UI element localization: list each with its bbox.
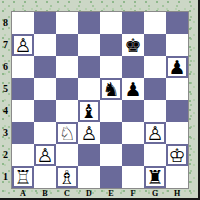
square-d1[interactable]: [78, 166, 100, 188]
square-g8[interactable]: [144, 12, 166, 34]
file-label-b: B: [34, 189, 56, 199]
white-pawn: ♙: [36, 144, 53, 166]
black-pawn: ♟: [168, 56, 185, 78]
square-e6[interactable]: [100, 56, 122, 78]
square-d3[interactable]: ♙: [78, 122, 100, 144]
file-label-h: H: [166, 189, 188, 199]
white-bishop: ♗: [58, 166, 75, 188]
square-a8[interactable]: [12, 12, 34, 34]
square-e7[interactable]: [100, 34, 122, 56]
square-e3[interactable]: [100, 122, 122, 144]
board-frame: ♙♚♟♞♟♝♘♙♙♙♔♖♗♜ 87654321 ABCDEFGH: [0, 0, 200, 200]
square-a2[interactable]: [12, 144, 34, 166]
square-h5[interactable]: [166, 78, 188, 100]
square-d7[interactable]: [78, 34, 100, 56]
chess-board: ♙♚♟♞♟♝♘♙♙♙♔♖♗♜: [11, 11, 189, 189]
square-a6[interactable]: [12, 56, 34, 78]
square-e4[interactable]: [100, 100, 122, 122]
rank-label-1: 1: [0, 166, 11, 188]
square-c1[interactable]: ♗: [56, 166, 78, 188]
rank-label-3: 3: [0, 122, 11, 144]
square-g6[interactable]: [144, 56, 166, 78]
rank-label-4: 4: [0, 100, 11, 122]
square-b1[interactable]: [34, 166, 56, 188]
square-d6[interactable]: [78, 56, 100, 78]
square-c3[interactable]: ♘: [56, 122, 78, 144]
black-knight: ♞: [102, 78, 119, 100]
square-a3[interactable]: [12, 122, 34, 144]
white-pawn: ♙: [146, 122, 163, 144]
square-b8[interactable]: [34, 12, 56, 34]
square-h8[interactable]: [166, 12, 188, 34]
white-pawn: ♙: [80, 122, 97, 144]
white-rook: ♖: [14, 166, 31, 188]
square-f4[interactable]: [122, 100, 144, 122]
black-king: ♚: [124, 34, 141, 56]
square-f7[interactable]: ♚: [122, 34, 144, 56]
square-g1[interactable]: ♜: [144, 166, 166, 188]
square-a7[interactable]: ♙: [12, 34, 34, 56]
square-g5[interactable]: [144, 78, 166, 100]
square-b3[interactable]: [34, 122, 56, 144]
rank-label-2: 2: [0, 144, 11, 166]
white-knight: ♘: [58, 122, 75, 144]
square-g7[interactable]: [144, 34, 166, 56]
file-label-e: E: [100, 189, 122, 199]
rank-label-7: 7: [0, 34, 11, 56]
square-f5[interactable]: ♟: [122, 78, 144, 100]
square-e8[interactable]: [100, 12, 122, 34]
square-d4[interactable]: ♝: [78, 100, 100, 122]
square-h4[interactable]: [166, 100, 188, 122]
square-h6[interactable]: ♟: [166, 56, 188, 78]
square-f1[interactable]: [122, 166, 144, 188]
white-king: ♔: [168, 144, 185, 166]
square-c2[interactable]: [56, 144, 78, 166]
square-a4[interactable]: [12, 100, 34, 122]
rank-label-6: 6: [0, 56, 11, 78]
black-bishop: ♝: [80, 100, 97, 122]
square-e5[interactable]: ♞: [100, 78, 122, 100]
file-label-d: D: [78, 189, 100, 199]
square-f8[interactable]: [122, 12, 144, 34]
square-c5[interactable]: [56, 78, 78, 100]
black-rook: ♜: [146, 166, 163, 188]
square-d8[interactable]: [78, 12, 100, 34]
rank-label-8: 8: [0, 12, 11, 34]
file-label-c: C: [56, 189, 78, 199]
square-b2[interactable]: ♙: [34, 144, 56, 166]
square-h1[interactable]: [166, 166, 188, 188]
rank-label-5: 5: [0, 78, 11, 100]
square-g2[interactable]: [144, 144, 166, 166]
file-label-g: G: [144, 189, 166, 199]
square-c4[interactable]: [56, 100, 78, 122]
square-h7[interactable]: [166, 34, 188, 56]
square-b6[interactable]: [34, 56, 56, 78]
square-e2[interactable]: [100, 144, 122, 166]
square-b5[interactable]: [34, 78, 56, 100]
square-f2[interactable]: [122, 144, 144, 166]
white-pawn: ♙: [14, 34, 31, 56]
square-c6[interactable]: [56, 56, 78, 78]
square-e1[interactable]: [100, 166, 122, 188]
square-h3[interactable]: [166, 122, 188, 144]
square-b7[interactable]: [34, 34, 56, 56]
square-c8[interactable]: [56, 12, 78, 34]
black-pawn: ♟: [124, 78, 141, 100]
square-g3[interactable]: ♙: [144, 122, 166, 144]
square-f3[interactable]: [122, 122, 144, 144]
file-label-a: A: [12, 189, 34, 199]
square-c7[interactable]: [56, 34, 78, 56]
square-a1[interactable]: ♖: [12, 166, 34, 188]
square-g4[interactable]: [144, 100, 166, 122]
square-d5[interactable]: [78, 78, 100, 100]
square-h2[interactable]: ♔: [166, 144, 188, 166]
square-a5[interactable]: [12, 78, 34, 100]
square-f6[interactable]: [122, 56, 144, 78]
file-label-f: F: [122, 189, 144, 199]
square-d2[interactable]: [78, 144, 100, 166]
square-b4[interactable]: [34, 100, 56, 122]
